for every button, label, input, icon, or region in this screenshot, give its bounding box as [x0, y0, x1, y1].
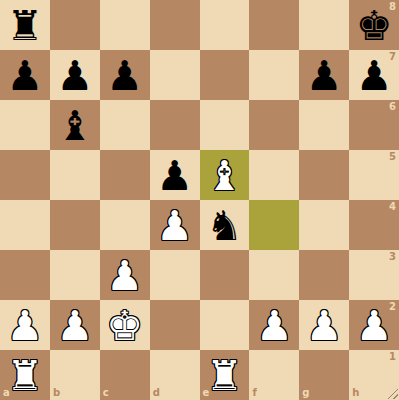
file-label-f: f: [252, 388, 256, 398]
square-b4[interactable]: [50, 200, 100, 250]
square-d6[interactable]: [150, 100, 200, 150]
square-d7[interactable]: [150, 50, 200, 100]
square-g8[interactable]: [299, 0, 349, 50]
square-c6[interactable]: [100, 100, 150, 150]
square-d3[interactable]: [150, 250, 200, 300]
square-b6[interactable]: ♝: [50, 100, 100, 150]
piece-white-pawn[interactable]: ♟: [106, 256, 143, 297]
file-label-g: g: [302, 388, 309, 398]
square-a5[interactable]: [0, 150, 50, 200]
piece-black-knight[interactable]: ♞: [206, 206, 243, 247]
piece-black-rook[interactable]: ♜: [7, 6, 44, 47]
piece-white-rook[interactable]: ♜: [206, 356, 243, 397]
piece-white-pawn[interactable]: ♟: [306, 306, 343, 347]
square-a8[interactable]: ♜: [0, 0, 50, 50]
square-f2[interactable]: ♟: [249, 300, 299, 350]
rank-label-4: 4: [389, 202, 396, 212]
square-h7[interactable]: 7♟: [349, 50, 399, 100]
piece-black-pawn[interactable]: ♟: [356, 56, 393, 97]
square-b8[interactable]: [50, 0, 100, 50]
file-label-h: h: [352, 388, 359, 398]
square-g6[interactable]: [299, 100, 349, 150]
square-e7[interactable]: [200, 50, 250, 100]
piece-black-king[interactable]: ♚: [356, 6, 393, 47]
square-g5[interactable]: [299, 150, 349, 200]
square-g1[interactable]: g: [299, 350, 349, 400]
square-a1[interactable]: a♜: [0, 350, 50, 400]
square-h5[interactable]: 5: [349, 150, 399, 200]
file-label-d: d: [153, 388, 160, 398]
square-e8[interactable]: [200, 0, 250, 50]
piece-black-pawn[interactable]: ♟: [306, 56, 343, 97]
rank-label-5: 5: [389, 152, 396, 162]
square-a2[interactable]: ♟: [0, 300, 50, 350]
square-b3[interactable]: [50, 250, 100, 300]
square-f4[interactable]: [249, 200, 299, 250]
square-c1[interactable]: c: [100, 350, 150, 400]
square-h2[interactable]: 2♟: [349, 300, 399, 350]
square-e1[interactable]: e♜: [200, 350, 250, 400]
chess-board: ♜8♚♟♟♟♟7♟♝6♟♝5♟♞4♟3♟♟♚♟♟2♟a♜bcde♜fg1h: [0, 0, 399, 400]
square-h8[interactable]: 8♚: [349, 0, 399, 50]
piece-black-pawn[interactable]: ♟: [156, 156, 193, 197]
rank-label-6: 6: [389, 102, 396, 112]
piece-black-pawn[interactable]: ♟: [56, 56, 93, 97]
square-c2[interactable]: ♚: [100, 300, 150, 350]
piece-white-pawn[interactable]: ♟: [7, 306, 44, 347]
square-d4[interactable]: ♟: [150, 200, 200, 250]
square-c4[interactable]: [100, 200, 150, 250]
square-f7[interactable]: [249, 50, 299, 100]
square-b2[interactable]: ♟: [50, 300, 100, 350]
file-label-c: c: [103, 388, 109, 398]
square-d8[interactable]: [150, 0, 200, 50]
square-a7[interactable]: ♟: [0, 50, 50, 100]
piece-white-pawn[interactable]: ♟: [156, 206, 193, 247]
square-f6[interactable]: [249, 100, 299, 150]
piece-white-pawn[interactable]: ♟: [56, 306, 93, 347]
square-a3[interactable]: [0, 250, 50, 300]
piece-white-bishop[interactable]: ♝: [206, 156, 243, 197]
square-h3[interactable]: 3: [349, 250, 399, 300]
square-h1[interactable]: 1h: [349, 350, 399, 400]
piece-black-pawn[interactable]: ♟: [106, 56, 143, 97]
rank-label-1: 1: [389, 352, 396, 362]
square-e5[interactable]: ♝: [200, 150, 250, 200]
square-b7[interactable]: ♟: [50, 50, 100, 100]
square-g7[interactable]: ♟: [299, 50, 349, 100]
piece-white-pawn[interactable]: ♟: [356, 306, 393, 347]
square-f1[interactable]: f: [249, 350, 299, 400]
square-f8[interactable]: [249, 0, 299, 50]
square-a4[interactable]: [0, 200, 50, 250]
piece-white-rook[interactable]: ♜: [7, 356, 44, 397]
square-e3[interactable]: [200, 250, 250, 300]
square-c3[interactable]: ♟: [100, 250, 150, 300]
square-a6[interactable]: [0, 100, 50, 150]
piece-white-king[interactable]: ♚: [106, 306, 143, 347]
piece-black-bishop[interactable]: ♝: [56, 106, 93, 147]
square-g3[interactable]: [299, 250, 349, 300]
square-b5[interactable]: [50, 150, 100, 200]
square-f3[interactable]: [249, 250, 299, 300]
square-e6[interactable]: [200, 100, 250, 150]
rank-label-3: 3: [389, 252, 396, 262]
square-d5[interactable]: ♟: [150, 150, 200, 200]
piece-white-pawn[interactable]: ♟: [256, 306, 293, 347]
square-h6[interactable]: 6: [349, 100, 399, 150]
square-c7[interactable]: ♟: [100, 50, 150, 100]
piece-black-pawn[interactable]: ♟: [7, 56, 44, 97]
square-e2[interactable]: [200, 300, 250, 350]
square-d1[interactable]: d: [150, 350, 200, 400]
square-g2[interactable]: ♟: [299, 300, 349, 350]
square-d2[interactable]: [150, 300, 200, 350]
square-f5[interactable]: [249, 150, 299, 200]
square-b1[interactable]: b: [50, 350, 100, 400]
square-c8[interactable]: [100, 0, 150, 50]
square-c5[interactable]: [100, 150, 150, 200]
file-label-b: b: [53, 388, 60, 398]
square-e4[interactable]: ♞: [200, 200, 250, 250]
square-h4[interactable]: 4: [349, 200, 399, 250]
square-g4[interactable]: [299, 200, 349, 250]
